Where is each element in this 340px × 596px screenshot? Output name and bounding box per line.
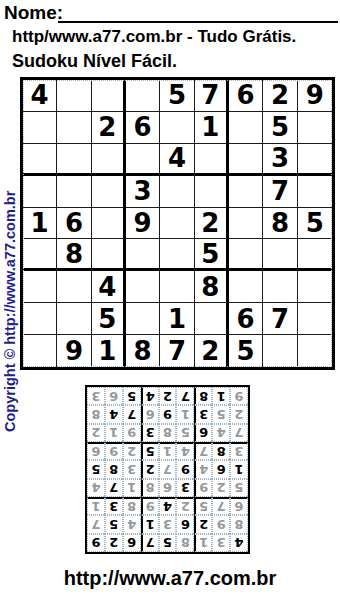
cell-r1c6: 7	[195, 80, 229, 112]
cell-r2c2: 9	[212, 515, 230, 533]
cell-r3c9[interactable]	[298, 144, 332, 176]
cell-r7c9: 2	[87, 424, 105, 442]
cell-r6c9: 6	[87, 442, 105, 460]
cell-r9c5: 2	[159, 387, 177, 405]
cell-r3c8: 3	[263, 144, 297, 176]
cell-r2c2[interactable]	[57, 112, 91, 144]
name-input-line[interactable]	[58, 3, 338, 23]
cell-r3c1: 6	[230, 497, 248, 515]
cell-r3c4: 2	[176, 497, 194, 515]
cell-r6c3[interactable]	[92, 239, 126, 271]
cell-r1c5: 5	[160, 80, 194, 112]
cell-r8c9: 8	[87, 405, 105, 423]
cell-r7c2[interactable]	[57, 271, 91, 303]
cell-r2c7[interactable]	[229, 112, 263, 144]
cell-r1c9: 9	[298, 80, 332, 112]
cell-r1c9: 9	[87, 534, 105, 552]
cell-r9c5: 7	[160, 335, 194, 367]
cell-r8c7: 6	[229, 303, 263, 335]
cell-r8c1[interactable]	[23, 303, 57, 335]
cell-r6c4[interactable]	[126, 239, 160, 271]
cell-r7c9[interactable]	[298, 271, 332, 303]
cell-r6c7: 2	[123, 442, 141, 460]
cell-r3c2: 7	[212, 497, 230, 515]
cell-r6c6: 5	[195, 239, 229, 271]
cell-r5c2: 6	[212, 460, 230, 478]
cell-r4c7[interactable]	[229, 176, 263, 208]
cell-r4c2[interactable]	[57, 176, 91, 208]
cell-r2c6: 1	[141, 515, 159, 533]
cell-r2c3: 2	[92, 112, 126, 144]
cell-r4c2: 2	[212, 479, 230, 497]
cell-r9c1: 9	[230, 387, 248, 405]
cell-r4c3[interactable]	[92, 176, 126, 208]
cell-r7c1[interactable]	[23, 271, 57, 303]
cell-r1c5: 5	[159, 534, 177, 552]
cell-r2c3: 2	[194, 515, 212, 533]
cell-r4c9[interactable]	[298, 176, 332, 208]
cell-r6c1: 3	[230, 442, 248, 460]
cell-r9c9: 3	[87, 387, 105, 405]
cell-r5c6: 2	[141, 460, 159, 478]
cell-r2c5[interactable]	[160, 112, 194, 144]
cell-r6c8: 9	[105, 442, 123, 460]
cell-r2c4: 6	[126, 112, 160, 144]
site-tagline: http/www.a77.com.br - Tudo Grátis.	[12, 27, 296, 47]
difficulty-title: Sudoku Nível Fácil.	[12, 51, 177, 72]
cell-r4c4: 3	[126, 176, 160, 208]
cell-r8c4: 1	[176, 405, 194, 423]
cell-r7c7: 9	[123, 424, 141, 442]
cell-r7c8[interactable]	[263, 271, 297, 303]
sudoku-puzzle-grid: 4576292615433716928585485167918725	[20, 77, 335, 370]
cell-r2c8: 5	[105, 515, 123, 533]
cell-r4c1: 5	[230, 479, 248, 497]
cell-r3c5: 4	[159, 497, 177, 515]
cell-r7c1: 7	[230, 424, 248, 442]
cell-r2c1: 8	[230, 515, 248, 533]
cell-r8c2[interactable]	[57, 303, 91, 335]
cell-r6c3: 7	[194, 442, 212, 460]
cell-r8c5: 1	[160, 303, 194, 335]
cell-r3c6: 9	[141, 497, 159, 515]
cell-r5c1: 1	[23, 208, 57, 240]
cell-r1c1: 4	[23, 80, 57, 112]
cell-r9c8[interactable]	[263, 335, 297, 367]
cell-r8c8: 4	[105, 405, 123, 423]
cell-r4c8: 7	[263, 176, 297, 208]
cell-r5c5: 7	[159, 460, 177, 478]
cell-r6c5[interactable]	[160, 239, 194, 271]
cell-r5c5[interactable]	[160, 208, 194, 240]
cell-r2c4: 6	[176, 515, 194, 533]
cell-r4c5[interactable]	[160, 176, 194, 208]
cell-r8c3: 3	[194, 405, 212, 423]
cell-r2c5: 3	[159, 515, 177, 533]
cell-r3c1[interactable]	[23, 144, 57, 176]
cell-r9c1[interactable]	[23, 335, 57, 367]
cell-r3c6[interactable]	[195, 144, 229, 176]
cell-r8c6[interactable]	[195, 303, 229, 335]
cell-r6c4: 4	[176, 442, 194, 460]
cell-r7c5[interactable]	[160, 271, 194, 303]
cell-r4c5: 6	[159, 479, 177, 497]
cell-r7c4: 5	[176, 424, 194, 442]
cell-r1c1: 4	[230, 534, 248, 552]
cell-r1c4: 8	[176, 534, 194, 552]
cell-r6c2: 8	[212, 442, 230, 460]
copyright-vertical-text: Copyright © http://www.a77.com.br	[2, 156, 18, 432]
cell-r3c8: 3	[105, 497, 123, 515]
cell-r7c7[interactable]	[229, 271, 263, 303]
cell-r3c5: 4	[160, 144, 194, 176]
cell-r8c8: 7	[263, 303, 297, 335]
cell-r6c1[interactable]	[23, 239, 57, 271]
cell-r5c8: 8	[263, 208, 297, 240]
cell-r8c4[interactable]	[126, 303, 160, 335]
cell-r6c2: 8	[57, 239, 91, 271]
cell-r9c4: 8	[126, 335, 160, 367]
cell-r5c3[interactable]	[92, 208, 126, 240]
cell-r9c4: 7	[176, 387, 194, 405]
cell-r6c8[interactable]	[263, 239, 297, 271]
cell-r9c8: 6	[105, 387, 123, 405]
cell-r5c9: 5	[298, 208, 332, 240]
cell-r1c3: 1	[194, 534, 212, 552]
cell-r1c4[interactable]	[126, 80, 160, 112]
cell-r6c7[interactable]	[229, 239, 263, 271]
cell-r3c2[interactable]	[57, 144, 91, 176]
cell-r3c4[interactable]	[126, 144, 160, 176]
cell-r1c3[interactable]	[92, 80, 126, 112]
cell-r2c8: 5	[263, 112, 297, 144]
sudoku-solution-grid-upside-down: 4318576298926314576752498315293681741649…	[85, 385, 250, 554]
cell-r9c6: 2	[195, 335, 229, 367]
cell-r5c7: 3	[123, 460, 141, 478]
cell-r9c9[interactable]	[298, 335, 332, 367]
cell-r4c6[interactable]	[195, 176, 229, 208]
cell-r4c7: 1	[123, 479, 141, 497]
cell-r4c3: 9	[194, 479, 212, 497]
cell-r2c1[interactable]	[23, 112, 57, 144]
cell-r2c7: 4	[123, 515, 141, 533]
cell-r4c4: 3	[176, 479, 194, 497]
cell-r9c7: 5	[229, 335, 263, 367]
cell-r3c3: 5	[194, 497, 212, 515]
cell-r7c3: 6	[194, 424, 212, 442]
cell-r7c5: 8	[159, 424, 177, 442]
cell-r5c9: 5	[87, 460, 105, 478]
cell-r8c9[interactable]	[298, 303, 332, 335]
cell-r5c8: 8	[105, 460, 123, 478]
cell-r7c6: 8	[195, 271, 229, 303]
name-label: Nome:	[4, 2, 63, 24]
cell-r5c3: 4	[194, 460, 212, 478]
cell-r1c6: 7	[141, 534, 159, 552]
cell-r6c5: 1	[159, 442, 177, 460]
cell-r1c2[interactable]	[57, 80, 91, 112]
cell-r9c2: 9	[57, 335, 91, 367]
cell-r5c2: 6	[57, 208, 91, 240]
cell-r7c6: 3	[141, 424, 159, 442]
cell-r7c4[interactable]	[126, 271, 160, 303]
cell-r2c6: 1	[195, 112, 229, 144]
cell-r4c1[interactable]	[23, 176, 57, 208]
cell-r2c9[interactable]	[298, 112, 332, 144]
cell-r8c7: 7	[123, 405, 141, 423]
cell-r8c2: 5	[212, 405, 230, 423]
cell-r9c6: 4	[141, 387, 159, 405]
cell-r1c8: 2	[263, 80, 297, 112]
cell-r2c9: 7	[87, 515, 105, 533]
cell-r8c5: 9	[159, 405, 177, 423]
cell-r7c2: 4	[212, 424, 230, 442]
cell-r4c6: 8	[141, 479, 159, 497]
cell-r9c3: 1	[92, 335, 126, 367]
cell-r6c6: 5	[141, 442, 159, 460]
cell-r4c8: 7	[105, 479, 123, 497]
cell-r8c1: 2	[230, 405, 248, 423]
cell-r7c3: 4	[92, 271, 126, 303]
cell-r3c3[interactable]	[92, 144, 126, 176]
cell-r5c4: 9	[176, 460, 194, 478]
cell-r1c2: 3	[212, 534, 230, 552]
cell-r1c7: 6	[123, 534, 141, 552]
footer-url: http://www.a77.com.br	[0, 567, 340, 590]
cell-r5c4: 9	[126, 208, 160, 240]
cell-r1c8: 2	[105, 534, 123, 552]
cell-r8c3: 5	[92, 303, 126, 335]
cell-r1c7: 6	[229, 80, 263, 112]
cell-r5c7[interactable]	[229, 208, 263, 240]
cell-r5c6: 2	[195, 208, 229, 240]
cell-r9c7: 5	[123, 387, 141, 405]
cell-r3c7: 8	[123, 497, 141, 515]
cell-r3c9: 1	[87, 497, 105, 515]
cell-r3c7[interactable]	[229, 144, 263, 176]
cell-r9c2: 1	[212, 387, 230, 405]
cell-r8c6: 6	[141, 405, 159, 423]
cell-r7c8: 1	[105, 424, 123, 442]
cell-r5c1: 1	[230, 460, 248, 478]
cell-r9c3: 8	[194, 387, 212, 405]
cell-r6c9[interactable]	[298, 239, 332, 271]
cell-r4c9: 4	[87, 479, 105, 497]
